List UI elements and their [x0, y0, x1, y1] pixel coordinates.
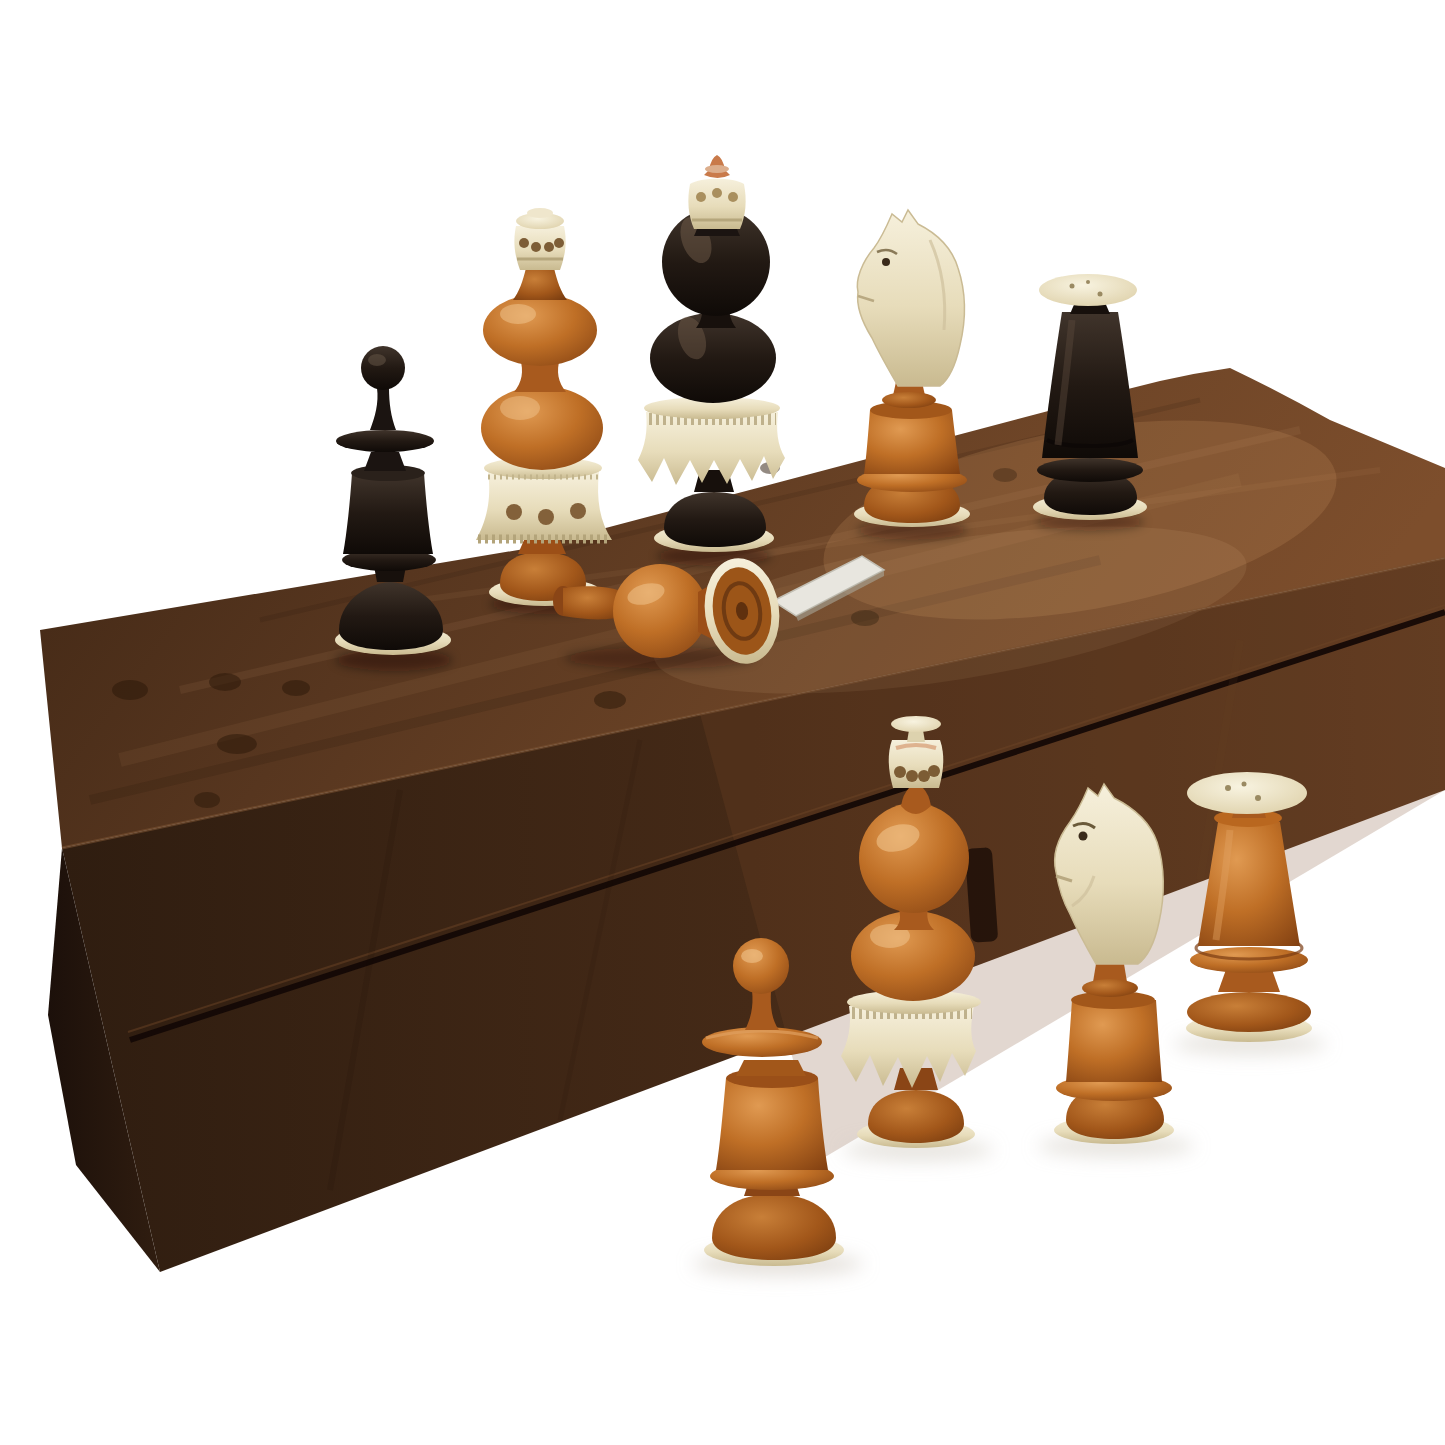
crown-cap: [527, 208, 553, 218]
neck-cone: [513, 268, 567, 300]
piece-black-bishop: [335, 346, 451, 655]
body-cylinder: [1066, 1000, 1162, 1082]
collar-ring: [1082, 979, 1138, 997]
stem: [370, 388, 396, 430]
chess-set-illustration: [0, 0, 1445, 1445]
wide-disc: [336, 430, 434, 452]
lower-bulb: [481, 386, 603, 470]
flange: [1037, 458, 1143, 482]
bone-gallery: [476, 472, 612, 540]
body-cylinder: [716, 1078, 828, 1170]
ball-gloss: [741, 949, 763, 963]
upper-bulb: [859, 803, 969, 913]
collar-ring: [882, 392, 936, 408]
ball-finial: [733, 938, 789, 994]
finial-flare: [705, 165, 729, 173]
flat-disc-finial: [891, 716, 941, 732]
body-cylinder: [864, 410, 960, 474]
ball-body: [613, 564, 707, 658]
upper-bulb: [483, 294, 597, 366]
bone-disc-finial: [1039, 274, 1137, 306]
bone-disc-finial: [1187, 772, 1307, 814]
piece-black-rook: [1033, 274, 1147, 520]
lower-bulb-gloss: [500, 396, 540, 420]
piece-back-knight: [854, 210, 970, 527]
base-disc: [1187, 992, 1311, 1032]
base-dome: [712, 1194, 836, 1260]
horse-eye: [882, 258, 890, 266]
horse-eye: [1079, 832, 1088, 841]
under-disc-cone: [364, 452, 406, 471]
photo-scene: [0, 0, 1445, 1445]
bone-horse-head: [857, 210, 964, 386]
under-disc-cone: [736, 1060, 806, 1076]
ball-finial: [361, 346, 405, 390]
body-cylinder: [343, 473, 433, 554]
upper-bulb-gloss: [500, 304, 536, 324]
ball-gloss: [368, 354, 386, 366]
